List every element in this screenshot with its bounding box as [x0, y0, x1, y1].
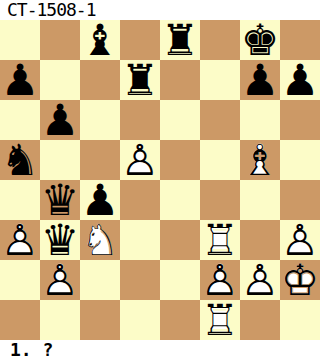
square-d3[interactable]	[120, 220, 160, 260]
black-king-g8[interactable]: ♚	[240, 20, 280, 60]
square-a5[interactable]: ♞	[0, 140, 40, 180]
black-rook-d7[interactable]: ♜	[120, 60, 160, 100]
piece-outline-glyph: ♗	[240, 140, 280, 180]
square-g1[interactable]	[240, 300, 280, 340]
square-f2[interactable]: ♟♙	[200, 260, 240, 300]
square-f8[interactable]	[200, 20, 240, 60]
black-pawn-g7[interactable]: ♟	[240, 60, 280, 100]
square-a3[interactable]: ♟♙	[0, 220, 40, 260]
square-d1[interactable]	[120, 300, 160, 340]
square-d8[interactable]	[120, 20, 160, 60]
square-d2[interactable]	[120, 260, 160, 300]
square-g3[interactable]	[240, 220, 280, 260]
black-queen-b3[interactable]: ♛	[40, 220, 80, 260]
white-pawn-a3[interactable]: ♟♙	[0, 220, 40, 260]
square-c5[interactable]	[80, 140, 120, 180]
piece-outline-glyph: ♘	[80, 220, 120, 260]
square-c7[interactable]	[80, 60, 120, 100]
square-c3[interactable]: ♞♘	[80, 220, 120, 260]
square-c8[interactable]: ♝	[80, 20, 120, 60]
square-b8[interactable]	[40, 20, 80, 60]
square-g6[interactable]	[240, 100, 280, 140]
black-pawn-a7[interactable]: ♟	[0, 60, 40, 100]
square-a7[interactable]: ♟	[0, 60, 40, 100]
black-pawn-h7[interactable]: ♟	[280, 60, 320, 100]
square-b4[interactable]: ♛	[40, 180, 80, 220]
square-f1[interactable]: ♜♖	[200, 300, 240, 340]
square-h2[interactable]: ♚♔	[280, 260, 320, 300]
square-e7[interactable]	[160, 60, 200, 100]
black-queen-b4[interactable]: ♛	[40, 180, 80, 220]
square-e3[interactable]	[160, 220, 200, 260]
square-b2[interactable]: ♟♙	[40, 260, 80, 300]
square-d5[interactable]: ♟♙	[120, 140, 160, 180]
square-g8[interactable]: ♚	[240, 20, 280, 60]
square-a4[interactable]	[0, 180, 40, 220]
square-h3[interactable]: ♟♙	[280, 220, 320, 260]
square-b3[interactable]: ♛	[40, 220, 80, 260]
piece-outline-glyph: ♙	[240, 260, 280, 300]
square-a8[interactable]	[0, 20, 40, 60]
black-pawn-b6[interactable]: ♟	[40, 100, 80, 140]
white-pawn-f2[interactable]: ♟♙	[200, 260, 240, 300]
square-g7[interactable]: ♟	[240, 60, 280, 100]
piece-outline-glyph: ♙	[40, 260, 80, 300]
white-rook-f1[interactable]: ♜♖	[200, 300, 240, 340]
square-e2[interactable]	[160, 260, 200, 300]
square-b1[interactable]	[40, 300, 80, 340]
square-c2[interactable]	[80, 260, 120, 300]
black-bishop-c8[interactable]: ♝	[80, 20, 120, 60]
square-e5[interactable]	[160, 140, 200, 180]
square-d4[interactable]	[120, 180, 160, 220]
square-h6[interactable]	[280, 100, 320, 140]
white-bishop-g5[interactable]: ♝♗	[240, 140, 280, 180]
square-e4[interactable]	[160, 180, 200, 220]
piece-outline-glyph: ♙	[280, 220, 320, 260]
square-h5[interactable]	[280, 140, 320, 180]
white-pawn-d5[interactable]: ♟♙	[120, 140, 160, 180]
square-b7[interactable]	[40, 60, 80, 100]
piece-outline-glyph: ♔	[280, 260, 320, 300]
square-b5[interactable]	[40, 140, 80, 180]
square-f3[interactable]: ♜♖	[200, 220, 240, 260]
piece-outline-glyph: ♙	[200, 260, 240, 300]
square-a6[interactable]	[0, 100, 40, 140]
white-knight-c3[interactable]: ♞♘	[80, 220, 120, 260]
square-d6[interactable]	[120, 100, 160, 140]
square-b6[interactable]: ♟	[40, 100, 80, 140]
square-f6[interactable]	[200, 100, 240, 140]
black-pawn-c4[interactable]: ♟	[80, 180, 120, 220]
square-a2[interactable]	[0, 260, 40, 300]
black-rook-e8[interactable]: ♜	[160, 20, 200, 60]
square-a1[interactable]	[0, 300, 40, 340]
square-d7[interactable]: ♜	[120, 60, 160, 100]
piece-outline-glyph: ♙	[120, 140, 160, 180]
square-c6[interactable]	[80, 100, 120, 140]
white-pawn-b2[interactable]: ♟♙	[40, 260, 80, 300]
square-f7[interactable]	[200, 60, 240, 100]
square-e1[interactable]	[160, 300, 200, 340]
square-g4[interactable]	[240, 180, 280, 220]
square-h1[interactable]	[280, 300, 320, 340]
square-g5[interactable]: ♝♗	[240, 140, 280, 180]
square-e8[interactable]: ♜	[160, 20, 200, 60]
piece-outline-glyph: ♖	[200, 300, 240, 340]
white-pawn-g2[interactable]: ♟♙	[240, 260, 280, 300]
chess-board: ♝♜♚♟♜♟♟♟♞♟♙♝♗♛♟♟♙♛♞♘♜♖♟♙♟♙♟♙♟♙♚♔♜♖	[0, 20, 320, 340]
piece-outline-glyph: ♙	[0, 220, 40, 260]
white-king-h2[interactable]: ♚♔	[280, 260, 320, 300]
square-f4[interactable]	[200, 180, 240, 220]
puzzle-screen: CT-1508-1 ♝♜♚♟♜♟♟♟♞♟♙♝♗♛♟♟♙♛♞♘♜♖♟♙♟♙♟♙♟♙…	[0, 0, 320, 360]
square-h7[interactable]: ♟	[280, 60, 320, 100]
square-e6[interactable]	[160, 100, 200, 140]
square-c4[interactable]: ♟	[80, 180, 120, 220]
white-rook-f3[interactable]: ♜♖	[200, 220, 240, 260]
black-knight-a5[interactable]: ♞	[0, 140, 40, 180]
status-bar: 1. ?	[0, 340, 320, 360]
white-pawn-h3[interactable]: ♟♙	[280, 220, 320, 260]
square-h8[interactable]	[280, 20, 320, 60]
piece-outline-glyph: ♖	[200, 220, 240, 260]
square-f5[interactable]	[200, 140, 240, 180]
move-prompt: 1. ?	[10, 340, 53, 360]
square-h4[interactable]	[280, 180, 320, 220]
square-c1[interactable]	[80, 300, 120, 340]
square-g2[interactable]: ♟♙	[240, 260, 280, 300]
